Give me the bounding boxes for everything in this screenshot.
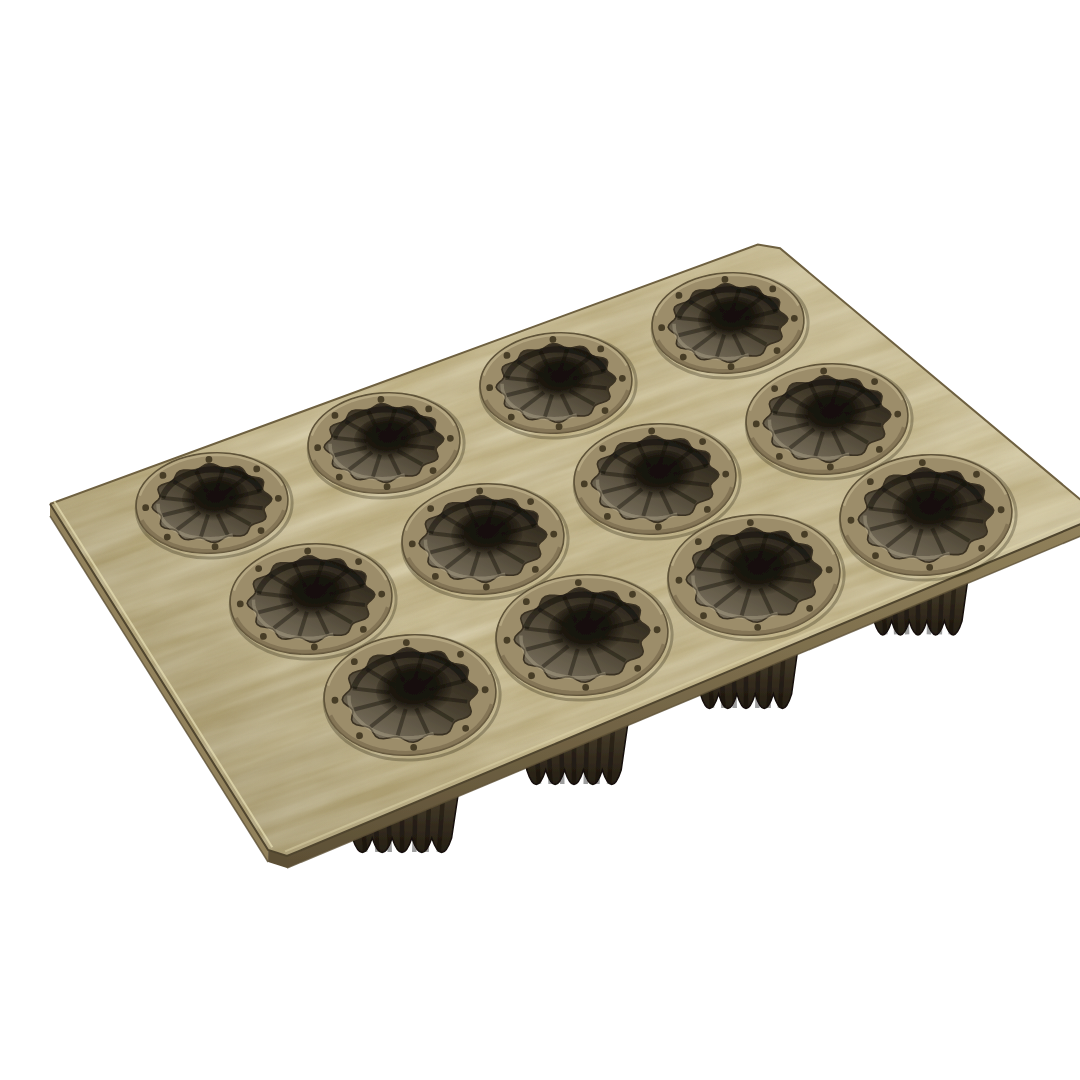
canele-tray-photo [40,16,1080,1080]
product-photo [40,16,1080,1080]
